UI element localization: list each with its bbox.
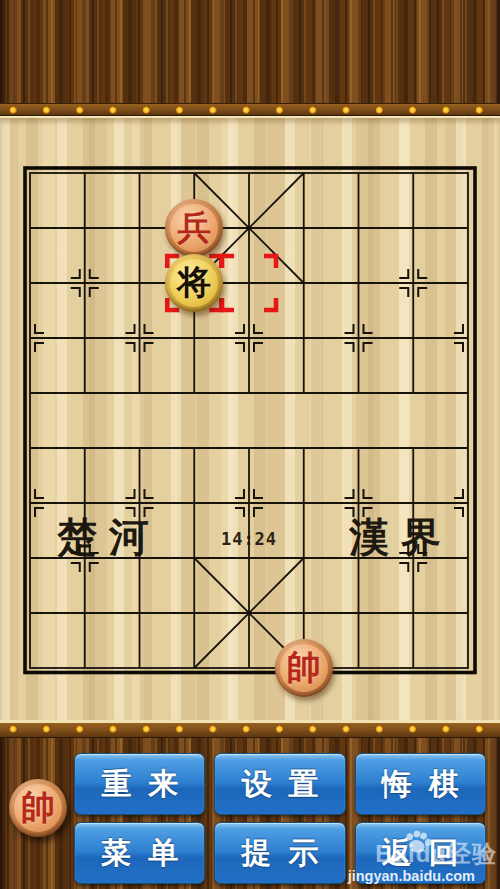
turn-indicator-piece: 帥: [9, 779, 67, 837]
piece-red-soldier[interactable]: 兵: [165, 199, 223, 257]
settings-button[interactable]: 设置: [214, 753, 345, 815]
menu-button[interactable]: 菜单: [74, 822, 205, 884]
piece-black-general[interactable]: 将: [165, 254, 223, 312]
piece-glyph: 将: [177, 260, 211, 306]
turn-indicator-glyph: 帥: [21, 785, 55, 831]
piece-glyph: 兵: [177, 205, 211, 251]
back-button[interactable]: 返回: [355, 822, 486, 884]
piece-glyph: 帥: [287, 645, 321, 691]
bottom-rivet-bar: [0, 720, 500, 738]
restart-button[interactable]: 重来: [74, 753, 205, 815]
top-wood-frame: [0, 0, 500, 103]
xiangqi-board[interactable]: 楚河 14:24 漢界: [0, 116, 500, 720]
top-rivet-bar: [0, 103, 500, 116]
xiangqi-app: { "game": "xiangqi", "board": { "river_l…: [0, 0, 500, 889]
river-label-left: 楚河: [57, 516, 161, 560]
button-grid: 重来 设置 悔棋 菜单 提示 返回: [74, 753, 486, 884]
hint-button[interactable]: 提示: [214, 822, 345, 884]
piece-red-general[interactable]: 帥: [275, 639, 333, 697]
river-label-right: 漢界: [349, 516, 453, 560]
game-timer: 14:24: [221, 529, 277, 549]
undo-button[interactable]: 悔棋: [355, 753, 486, 815]
